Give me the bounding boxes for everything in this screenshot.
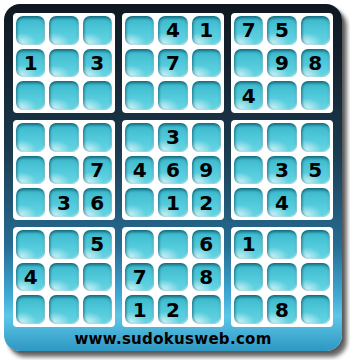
cell-r9c9[interactable] [301, 295, 330, 324]
cell-r9c4[interactable]: 1 [125, 295, 154, 324]
box-7: 54 [13, 227, 115, 327]
cell-r9c2[interactable] [49, 295, 78, 324]
cell-r8c6[interactable]: 8 [192, 263, 221, 292]
cell-r6c7[interactable] [234, 188, 263, 217]
cell-r3c7[interactable]: 4 [234, 81, 263, 110]
cell-r1c3[interactable] [83, 16, 112, 45]
cell-r8c9[interactable] [301, 263, 330, 292]
cell-r5c1[interactable] [16, 156, 45, 185]
cell-r1c1[interactable] [16, 16, 45, 45]
box-4: 736 [13, 120, 115, 220]
cell-r8c8[interactable] [267, 263, 296, 292]
cell-r7c9[interactable] [301, 230, 330, 259]
cell-r9c8[interactable]: 8 [267, 295, 296, 324]
cell-r8c4[interactable]: 7 [125, 263, 154, 292]
cell-r4c1[interactable] [16, 123, 45, 152]
cell-r5c7[interactable] [234, 156, 263, 185]
cell-r6c5[interactable]: 1 [158, 188, 187, 217]
cell-r5c9[interactable]: 5 [301, 156, 330, 185]
cell-r6c9[interactable] [301, 188, 330, 217]
box-6: 354 [231, 120, 333, 220]
cell-r6c6[interactable]: 2 [192, 188, 221, 217]
cell-r7c4[interactable] [125, 230, 154, 259]
cell-r3c8[interactable] [267, 81, 296, 110]
cell-r2c5[interactable]: 7 [158, 49, 187, 78]
cell-r8c1[interactable]: 4 [16, 263, 45, 292]
cell-r5c6[interactable]: 9 [192, 156, 221, 185]
box-3: 75984 [231, 13, 333, 113]
cell-r3c4[interactable] [125, 81, 154, 110]
cell-r2c6[interactable] [192, 49, 221, 78]
footer-bar: www.sudokusweb.com [13, 327, 333, 351]
cell-r6c2[interactable]: 3 [49, 188, 78, 217]
cell-r1c6[interactable]: 1 [192, 16, 221, 45]
cell-r3c5[interactable] [158, 81, 187, 110]
cell-r3c3[interactable] [83, 81, 112, 110]
cell-r5c2[interactable] [49, 156, 78, 185]
board-grid: 1341775984736346912354546781218 [13, 13, 333, 327]
cell-r2c8[interactable]: 9 [267, 49, 296, 78]
cell-r4c7[interactable] [234, 123, 263, 152]
cell-r9c5[interactable]: 2 [158, 295, 187, 324]
cell-r4c6[interactable] [192, 123, 221, 152]
box-9: 18 [231, 227, 333, 327]
cell-r3c2[interactable] [49, 81, 78, 110]
box-1: 13 [13, 13, 115, 113]
cell-r8c3[interactable] [83, 263, 112, 292]
cell-r7c7[interactable]: 1 [234, 230, 263, 259]
box-2: 417 [122, 13, 224, 113]
page: 1341775984736346912354546781218 www.sudo… [0, 0, 350, 360]
cell-r7c2[interactable] [49, 230, 78, 259]
cell-r9c3[interactable] [83, 295, 112, 324]
cell-r3c6[interactable] [192, 81, 221, 110]
cell-r1c5[interactable]: 4 [158, 16, 187, 45]
sudoku-board: 1341775984736346912354546781218 www.sudo… [4, 4, 342, 351]
cell-r1c8[interactable]: 5 [267, 16, 296, 45]
cell-r7c8[interactable] [267, 230, 296, 259]
cell-r2c2[interactable] [49, 49, 78, 78]
website-link[interactable]: www.sudokusweb.com [74, 330, 271, 348]
cell-r2c9[interactable]: 8 [301, 49, 330, 78]
cell-r4c4[interactable] [125, 123, 154, 152]
cell-r7c3[interactable]: 5 [83, 230, 112, 259]
cell-r2c3[interactable]: 3 [83, 49, 112, 78]
cell-r7c1[interactable] [16, 230, 45, 259]
cell-r4c5[interactable]: 3 [158, 123, 187, 152]
cell-r2c7[interactable] [234, 49, 263, 78]
cell-r3c1[interactable] [16, 81, 45, 110]
cell-r2c1[interactable]: 1 [16, 49, 45, 78]
cell-r4c8[interactable] [267, 123, 296, 152]
cell-r1c9[interactable] [301, 16, 330, 45]
cell-r5c3[interactable]: 7 [83, 156, 112, 185]
cell-r6c4[interactable] [125, 188, 154, 217]
cell-r5c4[interactable]: 4 [125, 156, 154, 185]
cell-r6c8[interactable]: 4 [267, 188, 296, 217]
cell-r1c4[interactable] [125, 16, 154, 45]
cell-r7c5[interactable] [158, 230, 187, 259]
cell-r5c8[interactable]: 3 [267, 156, 296, 185]
cell-r8c7[interactable] [234, 263, 263, 292]
cell-r9c7[interactable] [234, 295, 263, 324]
cell-r4c9[interactable] [301, 123, 330, 152]
cell-r1c2[interactable] [49, 16, 78, 45]
cell-r2c4[interactable] [125, 49, 154, 78]
cell-r9c1[interactable] [16, 295, 45, 324]
cell-r6c3[interactable]: 6 [83, 188, 112, 217]
cell-r6c1[interactable] [16, 188, 45, 217]
cell-r8c5[interactable] [158, 263, 187, 292]
box-5: 346912 [122, 120, 224, 220]
cell-r8c2[interactable] [49, 263, 78, 292]
cell-r1c7[interactable]: 7 [234, 16, 263, 45]
cell-r9c6[interactable] [192, 295, 221, 324]
cell-r7c6[interactable]: 6 [192, 230, 221, 259]
cell-r4c2[interactable] [49, 123, 78, 152]
cell-r4c3[interactable] [83, 123, 112, 152]
cell-r5c5[interactable]: 6 [158, 156, 187, 185]
cell-r3c9[interactable] [301, 81, 330, 110]
box-8: 67812 [122, 227, 224, 327]
